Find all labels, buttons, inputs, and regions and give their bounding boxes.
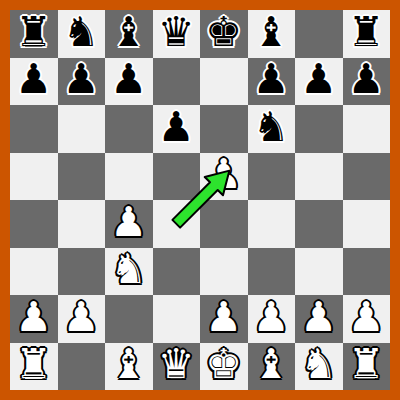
square-b1[interactable] bbox=[58, 343, 106, 391]
white-bishop[interactable]: ♝ bbox=[248, 343, 296, 391]
square-c1[interactable]: ♝ bbox=[105, 343, 153, 391]
square-d7[interactable] bbox=[153, 58, 201, 106]
square-a4[interactable] bbox=[10, 200, 58, 248]
square-c6[interactable] bbox=[105, 105, 153, 153]
square-f3[interactable] bbox=[248, 248, 296, 296]
square-d1[interactable]: ♛ bbox=[153, 343, 201, 391]
square-h2[interactable]: ♟ bbox=[343, 295, 391, 343]
square-f6[interactable]: ♞ bbox=[248, 105, 296, 153]
white-king[interactable]: ♚ bbox=[200, 343, 248, 391]
square-e5[interactable]: ♟ bbox=[200, 153, 248, 201]
square-e7[interactable] bbox=[200, 58, 248, 106]
square-b4[interactable] bbox=[58, 200, 106, 248]
square-h5[interactable] bbox=[343, 153, 391, 201]
square-a1[interactable]: ♜ bbox=[10, 343, 58, 391]
square-h7[interactable]: ♟ bbox=[343, 58, 391, 106]
square-e1[interactable]: ♚ bbox=[200, 343, 248, 391]
square-c7[interactable]: ♟ bbox=[105, 58, 153, 106]
black-queen[interactable]: ♛ bbox=[153, 10, 201, 58]
black-pawn[interactable]: ♟ bbox=[295, 58, 343, 106]
black-knight[interactable]: ♞ bbox=[58, 10, 106, 58]
black-pawn[interactable]: ♟ bbox=[248, 58, 296, 106]
square-d2[interactable] bbox=[153, 295, 201, 343]
square-d4[interactable] bbox=[153, 200, 201, 248]
square-b5[interactable] bbox=[58, 153, 106, 201]
square-b2[interactable]: ♟ bbox=[58, 295, 106, 343]
white-pawn[interactable]: ♟ bbox=[58, 295, 106, 343]
square-b7[interactable]: ♟ bbox=[58, 58, 106, 106]
square-h3[interactable] bbox=[343, 248, 391, 296]
black-pawn[interactable]: ♟ bbox=[153, 105, 201, 153]
white-bishop[interactable]: ♝ bbox=[105, 343, 153, 391]
square-h1[interactable]: ♜ bbox=[343, 343, 391, 391]
white-pawn[interactable]: ♟ bbox=[10, 295, 58, 343]
square-e3[interactable] bbox=[200, 248, 248, 296]
square-g7[interactable]: ♟ bbox=[295, 58, 343, 106]
square-c5[interactable] bbox=[105, 153, 153, 201]
square-e2[interactable]: ♟ bbox=[200, 295, 248, 343]
square-b3[interactable] bbox=[58, 248, 106, 296]
square-g1[interactable]: ♞ bbox=[295, 343, 343, 391]
black-bishop[interactable]: ♝ bbox=[248, 10, 296, 58]
black-pawn[interactable]: ♟ bbox=[58, 58, 106, 106]
square-c3[interactable]: ♞ bbox=[105, 248, 153, 296]
black-pawn[interactable]: ♟ bbox=[343, 58, 391, 106]
white-rook[interactable]: ♜ bbox=[343, 343, 391, 391]
square-d3[interactable] bbox=[153, 248, 201, 296]
white-queen[interactable]: ♛ bbox=[153, 343, 201, 391]
square-h6[interactable] bbox=[343, 105, 391, 153]
square-e8[interactable]: ♚ bbox=[200, 10, 248, 58]
black-pawn[interactable]: ♟ bbox=[10, 58, 58, 106]
black-bishop[interactable]: ♝ bbox=[105, 10, 153, 58]
square-g5[interactable] bbox=[295, 153, 343, 201]
white-pawn[interactable]: ♟ bbox=[295, 295, 343, 343]
square-a6[interactable] bbox=[10, 105, 58, 153]
black-rook[interactable]: ♜ bbox=[343, 10, 391, 58]
square-c2[interactable] bbox=[105, 295, 153, 343]
square-g2[interactable]: ♟ bbox=[295, 295, 343, 343]
square-e6[interactable] bbox=[200, 105, 248, 153]
board-frame: ♜♞♝♛♚♝♜♟♟♟♟♟♟♟♞♟♟♞♟♟♟♟♟♟♜♝♛♚♝♞♜ bbox=[0, 0, 400, 400]
square-b6[interactable] bbox=[58, 105, 106, 153]
square-g8[interactable] bbox=[295, 10, 343, 58]
white-pawn[interactable]: ♟ bbox=[200, 153, 248, 201]
chess-board[interactable]: ♜♞♝♛♚♝♜♟♟♟♟♟♟♟♞♟♟♞♟♟♟♟♟♟♜♝♛♚♝♞♜ bbox=[10, 10, 390, 390]
square-g3[interactable] bbox=[295, 248, 343, 296]
square-e4[interactable] bbox=[200, 200, 248, 248]
white-knight[interactable]: ♞ bbox=[295, 343, 343, 391]
square-c8[interactable]: ♝ bbox=[105, 10, 153, 58]
square-f2[interactable]: ♟ bbox=[248, 295, 296, 343]
square-g6[interactable] bbox=[295, 105, 343, 153]
square-d6[interactable]: ♟ bbox=[153, 105, 201, 153]
square-g4[interactable] bbox=[295, 200, 343, 248]
square-c4[interactable]: ♟ bbox=[105, 200, 153, 248]
square-f4[interactable] bbox=[248, 200, 296, 248]
square-h4[interactable] bbox=[343, 200, 391, 248]
black-king[interactable]: ♚ bbox=[200, 10, 248, 58]
square-f5[interactable] bbox=[248, 153, 296, 201]
square-f7[interactable]: ♟ bbox=[248, 58, 296, 106]
square-d5[interactable] bbox=[153, 153, 201, 201]
square-a7[interactable]: ♟ bbox=[10, 58, 58, 106]
white-pawn[interactable]: ♟ bbox=[248, 295, 296, 343]
square-a5[interactable] bbox=[10, 153, 58, 201]
square-a2[interactable]: ♟ bbox=[10, 295, 58, 343]
white-pawn[interactable]: ♟ bbox=[105, 200, 153, 248]
white-knight[interactable]: ♞ bbox=[105, 248, 153, 296]
white-pawn[interactable]: ♟ bbox=[200, 295, 248, 343]
square-a8[interactable]: ♜ bbox=[10, 10, 58, 58]
black-pawn[interactable]: ♟ bbox=[105, 58, 153, 106]
white-rook[interactable]: ♜ bbox=[10, 343, 58, 391]
black-knight[interactable]: ♞ bbox=[248, 105, 296, 153]
square-f8[interactable]: ♝ bbox=[248, 10, 296, 58]
square-f1[interactable]: ♝ bbox=[248, 343, 296, 391]
square-a3[interactable] bbox=[10, 248, 58, 296]
square-b8[interactable]: ♞ bbox=[58, 10, 106, 58]
square-d8[interactable]: ♛ bbox=[153, 10, 201, 58]
black-rook[interactable]: ♜ bbox=[10, 10, 58, 58]
white-pawn[interactable]: ♟ bbox=[343, 295, 391, 343]
square-h8[interactable]: ♜ bbox=[343, 10, 391, 58]
